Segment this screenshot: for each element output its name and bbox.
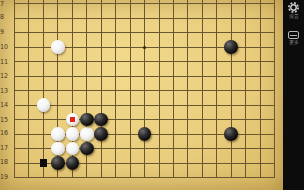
white-stone — [51, 40, 65, 54]
sidebar: 设置 更多 — [283, 0, 304, 190]
row-coordinate-label: 9 — [0, 28, 10, 35]
black-stone — [224, 40, 238, 54]
grid-line-vertical — [274, 0, 275, 178]
row-coordinate-label: 14 — [0, 101, 10, 108]
more-button[interactable]: 更多 — [286, 29, 302, 48]
grid-line-vertical — [101, 0, 102, 178]
white-stone — [37, 98, 51, 112]
grid-line-vertical — [130, 0, 131, 178]
go-board[interactable]: 78910111213141516171819 — [0, 0, 283, 190]
black-stone — [51, 156, 65, 170]
black-stone — [94, 127, 108, 141]
grid-line-horizontal — [14, 32, 275, 33]
grid-line-vertical — [260, 0, 261, 178]
row-coordinate-label: 7 — [0, 0, 10, 7]
grid-line-horizontal — [14, 90, 275, 91]
grid-line-vertical — [43, 0, 44, 178]
go-app-window: 78910111213141516171819 设置 更多 — [0, 0, 304, 190]
star-point — [143, 46, 146, 49]
row-coordinate-label: 13 — [0, 86, 10, 93]
grid-line-vertical — [14, 0, 15, 178]
settings-button[interactable]: 设置 — [286, 2, 302, 22]
black-stone — [138, 127, 152, 141]
white-stone — [80, 127, 94, 141]
black-stone — [94, 113, 108, 127]
white-stone — [51, 127, 65, 141]
row-coordinate-label: 11 — [0, 57, 10, 64]
black-stone — [66, 156, 80, 170]
white-stone — [51, 142, 65, 156]
row-coordinate-label: 16 — [0, 130, 10, 137]
grid-line-horizontal — [14, 61, 275, 62]
grid-line-vertical — [173, 0, 174, 178]
grid-line-horizontal — [14, 177, 275, 178]
grid-line-vertical — [187, 0, 188, 178]
white-stone — [66, 142, 80, 156]
row-coordinate-label: 18 — [0, 159, 10, 166]
settings-label: 设置 — [289, 14, 299, 19]
grid-line-vertical — [144, 0, 145, 178]
row-coordinate-label: 12 — [0, 72, 10, 79]
black-stone — [224, 127, 238, 141]
grid-line-vertical — [115, 0, 116, 178]
row-coordinate-label: 19 — [0, 173, 10, 180]
row-coordinate-label: 8 — [0, 14, 10, 21]
black-square-marker — [40, 159, 48, 167]
grid-line-horizontal — [14, 105, 275, 106]
gear-icon — [288, 2, 299, 13]
row-coordinate-label: 17 — [0, 144, 10, 151]
white-stone — [66, 127, 80, 141]
grid-line-vertical — [245, 0, 246, 178]
grid-line-horizontal — [14, 18, 275, 19]
grid-line-vertical — [216, 0, 217, 178]
panel-icon — [288, 31, 299, 39]
grid-line-vertical — [28, 0, 29, 178]
grid-line-horizontal — [14, 76, 275, 77]
row-coordinate-label: 10 — [0, 43, 10, 50]
more-label: 更多 — [289, 40, 299, 45]
grid-line-vertical — [159, 0, 160, 178]
row-coordinate-label: 15 — [0, 115, 10, 122]
grid-line-horizontal — [14, 3, 275, 4]
black-stone — [80, 142, 94, 156]
grid-line-vertical — [202, 0, 203, 178]
black-stone — [80, 113, 94, 127]
last-move-marker — [70, 117, 75, 122]
grid-line-horizontal — [14, 119, 275, 120]
grid-line-vertical — [231, 0, 232, 178]
